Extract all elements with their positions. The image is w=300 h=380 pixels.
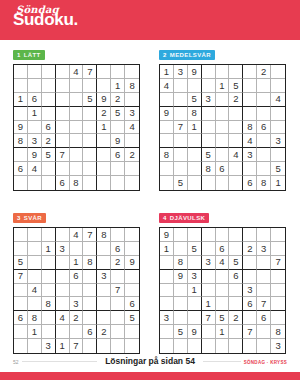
- sudoku-cell-given: 8: [271, 325, 285, 339]
- difficulty-badge-1: 1 LÄTT: [13, 50, 45, 60]
- sudoku-cell-empty[interactable]: [216, 93, 230, 107]
- sudoku-cell-given: 2: [257, 65, 271, 79]
- sudoku-cell-empty[interactable]: [125, 162, 139, 176]
- sudoku-cell-empty[interactable]: [160, 339, 174, 353]
- sudoku-cell-empty[interactable]: [271, 311, 285, 325]
- sudoku-cell-empty[interactable]: [174, 134, 188, 148]
- sudoku-cell-empty[interactable]: [42, 228, 56, 242]
- sudoku-cell-given: 5: [174, 325, 188, 339]
- sudoku-cell-empty[interactable]: [83, 297, 97, 311]
- sudoku-cell-given: 2: [111, 93, 125, 107]
- sudoku-cell-empty[interactable]: [271, 284, 285, 298]
- sudoku-cell-empty[interactable]: [216, 270, 230, 284]
- sudoku-cell-empty[interactable]: [243, 311, 257, 325]
- sudoku-cell-given: 3: [188, 270, 202, 284]
- difficulty-badge-4: 4 DJÄVULSK: [159, 213, 209, 223]
- sudoku-cell-given: 6: [111, 148, 125, 162]
- sudoku-cell-empty[interactable]: [28, 242, 42, 256]
- sudoku-cell-empty[interactable]: [216, 284, 230, 298]
- sudoku-cell-empty[interactable]: [56, 297, 70, 311]
- sudoku-cell-empty[interactable]: [28, 339, 42, 353]
- sudoku-cell-empty[interactable]: [216, 121, 230, 135]
- sudoku-cell-given: 7: [56, 148, 70, 162]
- sudoku-cell-empty[interactable]: [257, 228, 271, 242]
- sudoku-cell-given: 2: [97, 325, 111, 339]
- sudoku-cell-empty[interactable]: [188, 134, 202, 148]
- sudoku-cell-given: 6: [111, 242, 125, 256]
- puzzle-1-latt: 1 LÄTT 471816592125396148329957626468: [13, 43, 141, 191]
- sudoku-cell-empty[interactable]: [243, 256, 257, 270]
- sudoku-cell-empty[interactable]: [243, 162, 257, 176]
- sudoku-cell-empty[interactable]: [83, 148, 97, 162]
- puzzle-4-djavulsk: 4 DJÄVULSK 91562383457936131673752659178…: [159, 206, 287, 354]
- sudoku-cell-empty[interactable]: [202, 325, 216, 339]
- sudoku-cell-empty[interactable]: [70, 79, 84, 93]
- sudoku-cell-empty[interactable]: [160, 93, 174, 107]
- sudoku-cell-empty[interactable]: [216, 134, 230, 148]
- sudoku-cell-empty[interactable]: [14, 242, 28, 256]
- sudoku-cell-empty[interactable]: [202, 121, 216, 135]
- sudoku-cell-empty[interactable]: [83, 311, 97, 325]
- sudoku-cell-empty[interactable]: [243, 339, 257, 353]
- sudoku-cell-empty[interactable]: [111, 297, 125, 311]
- sudoku-cell-empty[interactable]: [257, 325, 271, 339]
- sudoku-cell-empty[interactable]: [28, 297, 42, 311]
- sudoku-cell-empty[interactable]: [14, 284, 28, 298]
- sudoku-cell-empty[interactable]: [42, 65, 56, 79]
- sudoku-cell-empty[interactable]: [97, 79, 111, 93]
- sudoku-grid-4: 915623834579361316737526591783: [159, 227, 286, 354]
- sudoku-cell-empty[interactable]: [202, 270, 216, 284]
- sudoku-cell-given: 4: [125, 121, 139, 135]
- sudoku-cell-empty[interactable]: [229, 176, 243, 190]
- sudoku-cell-empty[interactable]: [97, 256, 111, 270]
- sudoku-cell-empty[interactable]: [56, 93, 70, 107]
- sudoku-cell-empty[interactable]: [202, 65, 216, 79]
- sudoku-cell-empty[interactable]: [188, 339, 202, 353]
- sudoku-cell-empty[interactable]: [97, 65, 111, 79]
- sudoku-cell-empty[interactable]: [243, 228, 257, 242]
- sudoku-cell-empty[interactable]: [202, 176, 216, 190]
- top-puzzle-row: 1 LÄTT 471816592125396148329957626468 2 …: [13, 43, 287, 191]
- sudoku-cell-empty[interactable]: [188, 311, 202, 325]
- sudoku-cell-given: 1: [160, 65, 174, 79]
- sudoku-cell-empty[interactable]: [202, 79, 216, 93]
- sudoku-cell-empty[interactable]: [42, 93, 56, 107]
- sudoku-cell-empty[interactable]: [229, 339, 243, 353]
- sudoku-cell-empty[interactable]: [56, 134, 70, 148]
- sudoku-cell-given: 3: [160, 311, 174, 325]
- sudoku-cell-empty[interactable]: [70, 242, 84, 256]
- sudoku-cell-empty[interactable]: [202, 284, 216, 298]
- sudoku-cell-empty[interactable]: [42, 284, 56, 298]
- sudoku-cell-given: 6: [216, 242, 230, 256]
- sudoku-cell-empty[interactable]: [97, 176, 111, 190]
- sudoku-cell-empty[interactable]: [243, 270, 257, 284]
- sudoku-cell-empty[interactable]: [56, 121, 70, 135]
- sudoku-cell-empty[interactable]: [229, 107, 243, 121]
- sudoku-cell-empty[interactable]: [28, 79, 42, 93]
- sudoku-cell-given: 2: [229, 93, 243, 107]
- sudoku-cell-given: 1: [216, 79, 230, 93]
- sudoku-cell-empty[interactable]: [229, 325, 243, 339]
- sudoku-cell-empty[interactable]: [125, 270, 139, 284]
- sudoku-cell-empty[interactable]: [243, 65, 257, 79]
- sudoku-cell-empty[interactable]: [257, 134, 271, 148]
- sudoku-cell-empty[interactable]: [216, 107, 230, 121]
- sudoku-cell-empty[interactable]: [70, 148, 84, 162]
- sudoku-cell-given: 8: [14, 134, 28, 148]
- sudoku-cell-empty[interactable]: [28, 228, 42, 242]
- sudoku-cell-empty[interactable]: [28, 121, 42, 135]
- puzzle-2-medelsvar: 2 MEDELSVÅR 1392415532498718643854386556…: [159, 43, 287, 191]
- sudoku-cell-empty[interactable]: [111, 270, 125, 284]
- badge-number: 4: [163, 215, 167, 221]
- sudoku-cell-empty[interactable]: [111, 325, 125, 339]
- sudoku-cell-given: 9: [160, 107, 174, 121]
- sudoku-cell-empty[interactable]: [216, 148, 230, 162]
- sudoku-cell-given: 9: [160, 228, 174, 242]
- sudoku-cell-given: 1: [28, 325, 42, 339]
- sudoku-cell-empty[interactable]: [97, 311, 111, 325]
- sudoku-cell-empty[interactable]: [111, 162, 125, 176]
- sudoku-cell-empty[interactable]: [111, 176, 125, 190]
- sudoku-cell-empty[interactable]: [97, 242, 111, 256]
- sudoku-cell-given: 1: [111, 79, 125, 93]
- sudoku-cell-given: 3: [97, 270, 111, 284]
- sudoku-cell-empty[interactable]: [271, 107, 285, 121]
- sudoku-cell-empty[interactable]: [56, 79, 70, 93]
- sudoku-cell-empty[interactable]: [257, 284, 271, 298]
- sudoku-cell-given: 8: [28, 311, 42, 325]
- sudoku-cell-empty[interactable]: [216, 297, 230, 311]
- sudoku-cell-empty[interactable]: [188, 176, 202, 190]
- sudoku-cell-given: 7: [271, 256, 285, 270]
- sudoku-cell-empty[interactable]: [125, 284, 139, 298]
- sudoku-cell-empty[interactable]: [42, 256, 56, 270]
- sudoku-cell-given: 7: [70, 339, 84, 353]
- sudoku-cell-empty[interactable]: [56, 256, 70, 270]
- sudoku-cell-empty[interactable]: [83, 134, 97, 148]
- sudoku-cell-given: 5: [271, 162, 285, 176]
- sudoku-cell-empty[interactable]: [271, 148, 285, 162]
- sudoku-cell-empty[interactable]: [202, 228, 216, 242]
- sudoku-cell-empty[interactable]: [202, 339, 216, 353]
- sudoku-cell-empty[interactable]: [56, 325, 70, 339]
- sudoku-cell-empty[interactable]: [97, 148, 111, 162]
- sudoku-cell-empty[interactable]: [42, 162, 56, 176]
- sudoku-cell-empty[interactable]: [14, 176, 28, 190]
- sudoku-cell-empty[interactable]: [97, 162, 111, 176]
- sudoku-cell-empty[interactable]: [174, 311, 188, 325]
- sudoku-cell-empty[interactable]: [160, 297, 174, 311]
- sudoku-cell-given: 4: [70, 65, 84, 79]
- sudoku-cell-empty[interactable]: [229, 284, 243, 298]
- sudoku-cell-empty[interactable]: [42, 325, 56, 339]
- sudoku-cell-empty[interactable]: [174, 228, 188, 242]
- sudoku-cell-empty[interactable]: [125, 325, 139, 339]
- sudoku-cell-given: 9: [188, 325, 202, 339]
- sudoku-cell-given: 3: [271, 134, 285, 148]
- sudoku-cell-empty[interactable]: [14, 107, 28, 121]
- sudoku-cell-given: 8: [257, 176, 271, 190]
- sudoku-cell-empty[interactable]: [271, 297, 285, 311]
- sudoku-cell-empty[interactable]: [111, 228, 125, 242]
- sudoku-cell-empty[interactable]: [83, 79, 97, 93]
- sudoku-cell-given: 9: [188, 65, 202, 79]
- sudoku-cell-empty[interactable]: [174, 297, 188, 311]
- sudoku-cell-empty[interactable]: [257, 148, 271, 162]
- sudoku-cell-empty[interactable]: [70, 162, 84, 176]
- sudoku-cell-empty[interactable]: [229, 228, 243, 242]
- sudoku-cell-given: 7: [174, 121, 188, 135]
- sudoku-cell-empty[interactable]: [229, 162, 243, 176]
- logo-title-text: Sudoku.: [13, 10, 78, 29]
- sudoku-cell-given: 4: [70, 228, 84, 242]
- sudoku-cell-empty[interactable]: [174, 148, 188, 162]
- sudoku-cell-given: 5: [14, 256, 28, 270]
- sudoku-cell-empty[interactable]: [28, 256, 42, 270]
- sudoku-cell-empty[interactable]: [229, 297, 243, 311]
- sudoku-cell-empty[interactable]: [56, 284, 70, 298]
- sudoku-cell-empty[interactable]: [83, 121, 97, 135]
- sudoku-cell-empty[interactable]: [125, 228, 139, 242]
- sudoku-cell-empty[interactable]: [70, 121, 84, 135]
- sudoku-cell-empty[interactable]: [216, 339, 230, 353]
- sudoku-cell-empty[interactable]: [243, 79, 257, 93]
- sudoku-grid-1: 471816592125396148329957626468: [13, 64, 140, 191]
- sudoku-cell-empty[interactable]: [160, 162, 174, 176]
- sudoku-cell-empty[interactable]: [229, 65, 243, 79]
- sudoku-cell-empty[interactable]: [125, 93, 139, 107]
- sudoku-cell-empty[interactable]: [70, 93, 84, 107]
- sudoku-cell-empty[interactable]: [160, 284, 174, 298]
- sudoku-cell-empty[interactable]: [83, 339, 97, 353]
- sudoku-cell-given: 3: [125, 107, 139, 121]
- sudoku-cell-empty[interactable]: [257, 107, 271, 121]
- sudoku-cell-given: 5: [188, 242, 202, 256]
- sudoku-cell-given: 6: [243, 297, 257, 311]
- sudoku-cell-empty[interactable]: [257, 339, 271, 353]
- sudoku-cell-empty[interactable]: [56, 107, 70, 121]
- sudoku-cell-empty[interactable]: [271, 121, 285, 135]
- sudoku-cell-empty[interactable]: [111, 339, 125, 353]
- sudoku-cell-empty[interactable]: [83, 176, 97, 190]
- sudoku-cell-empty[interactable]: [125, 242, 139, 256]
- difficulty-badge-3: 3 SVÅR: [13, 213, 46, 223]
- sudoku-cell-given: 6: [14, 311, 28, 325]
- sudoku-cell-given: 6: [257, 311, 271, 325]
- sudoku-cell-given: 3: [56, 242, 70, 256]
- sudoku-cell-empty[interactable]: [70, 134, 84, 148]
- sudoku-cell-given: 5: [42, 148, 56, 162]
- sudoku-cell-empty[interactable]: [216, 228, 230, 242]
- sudoku-cell-empty[interactable]: [174, 107, 188, 121]
- sudoku-cell-empty[interactable]: [14, 228, 28, 242]
- sudoku-cell-given: 1: [70, 256, 84, 270]
- sudoku-cell-given: 3: [243, 284, 257, 298]
- sudoku-cell-given: 9: [28, 148, 42, 162]
- sudoku-grid-2: 139241553249871864385438655681: [159, 64, 286, 191]
- sudoku-cell-given: 6: [125, 297, 139, 311]
- sudoku-cell-empty[interactable]: [28, 176, 42, 190]
- sudoku-cell-empty[interactable]: [14, 325, 28, 339]
- sudoku-cell-empty[interactable]: [160, 121, 174, 135]
- sudoku-cell-empty[interactable]: [202, 107, 216, 121]
- sudoku-cell-empty[interactable]: [42, 107, 56, 121]
- sudoku-cell-empty[interactable]: [42, 311, 56, 325]
- sudoku-cell-empty[interactable]: [111, 311, 125, 325]
- sudoku-cell-given: 4: [160, 79, 174, 93]
- sudoku-cell-empty[interactable]: [83, 270, 97, 284]
- sudoku-cell-empty[interactable]: [14, 297, 28, 311]
- sudoku-cell-empty[interactable]: [14, 339, 28, 353]
- sudoku-cell-empty[interactable]: [97, 297, 111, 311]
- sudoku-cell-empty[interactable]: [271, 79, 285, 93]
- sudoku-cell-empty[interactable]: [174, 242, 188, 256]
- sudoku-cell-given: 8: [70, 176, 84, 190]
- sudoku-cell-empty[interactable]: [111, 121, 125, 135]
- badge-number: 1: [17, 52, 21, 58]
- sudoku-cell-given: 6: [83, 325, 97, 339]
- sudoku-cell-given: 3: [243, 148, 257, 162]
- sudoku-cell-empty[interactable]: [229, 134, 243, 148]
- sudoku-cell-empty[interactable]: [70, 284, 84, 298]
- sudoku-cell-empty[interactable]: [97, 339, 111, 353]
- sudoku-cell-empty[interactable]: [188, 148, 202, 162]
- badge-number: 3: [17, 215, 21, 221]
- sudoku-cell-empty[interactable]: [56, 228, 70, 242]
- sudoku-cell-given: 7: [257, 297, 271, 311]
- sudoku-cell-empty[interactable]: [83, 107, 97, 121]
- sudoku-cell-empty[interactable]: [160, 176, 174, 190]
- sudoku-cell-given: 4: [56, 311, 70, 325]
- sudoku-cell-given: 2: [229, 311, 243, 325]
- sudoku-cell-given: 5: [229, 79, 243, 93]
- sudoku-cell-empty[interactable]: [125, 339, 139, 353]
- sudoku-cell-empty[interactable]: [14, 79, 28, 93]
- sudoku-cell-empty[interactable]: [243, 93, 257, 107]
- sudoku-cell-empty[interactable]: [28, 270, 42, 284]
- sudoku-cell-empty[interactable]: [125, 134, 139, 148]
- sudoku-cell-empty[interactable]: [216, 176, 230, 190]
- sudoku-cell-given: 2: [111, 256, 125, 270]
- sudoku-cell-empty[interactable]: [125, 65, 139, 79]
- sudoku-cell-empty[interactable]: [188, 256, 202, 270]
- sudoku-cell-given: 1: [14, 93, 28, 107]
- sudoku-cell-empty[interactable]: [188, 297, 202, 311]
- sudoku-cell-given: 5: [188, 93, 202, 107]
- sudoku-cell-given: 7: [83, 65, 97, 79]
- sudoku-cell-given: 8: [202, 162, 216, 176]
- sudoku-cell-given: 4: [271, 93, 285, 107]
- sudoku-cell-empty[interactable]: [14, 148, 28, 162]
- sudoku-cell-given: 9: [111, 134, 125, 148]
- sudoku-cell-given: 7: [14, 270, 28, 284]
- sudoku-cell-empty[interactable]: [188, 228, 202, 242]
- sudoku-cell-given: 1: [202, 297, 216, 311]
- sudoku-cell-empty[interactable]: [229, 121, 243, 135]
- sudoku-cell-empty[interactable]: [56, 65, 70, 79]
- sudoku-cell-given: 1: [216, 325, 230, 339]
- sudoku-cell-empty[interactable]: [188, 162, 202, 176]
- sudoku-cell-empty[interactable]: [97, 284, 111, 298]
- sudoku-cell-empty[interactable]: [257, 79, 271, 93]
- sudoku-cell-empty[interactable]: [14, 65, 28, 79]
- sudoku-cell-empty[interactable]: [160, 270, 174, 284]
- sudoku-cell-empty[interactable]: [188, 79, 202, 93]
- solutions-note-text: Lösningar på sidan 54: [97, 356, 203, 366]
- sudoku-cell-empty[interactable]: [125, 176, 139, 190]
- sudoku-cell-given: 5: [216, 311, 230, 325]
- sudoku-cell-empty[interactable]: [174, 162, 188, 176]
- sudoku-cell-empty[interactable]: [257, 93, 271, 107]
- sudoku-cell-empty[interactable]: [174, 284, 188, 298]
- sudoku-cell-empty[interactable]: [271, 242, 285, 256]
- sudoku-cell-given: 2: [70, 311, 84, 325]
- sudoku-cell-empty[interactable]: [243, 107, 257, 121]
- sudoku-cell-given: 1: [188, 284, 202, 298]
- sudoku-cell-empty[interactable]: [271, 228, 285, 242]
- sudoku-cell-given: 8: [188, 107, 202, 121]
- sudoku-cell-empty[interactable]: [257, 162, 271, 176]
- sudoku-cell-empty[interactable]: [160, 256, 174, 270]
- sudoku-cell-given: 8: [243, 121, 257, 135]
- sudoku-cell-empty[interactable]: [42, 176, 56, 190]
- sudoku-cell-empty[interactable]: [97, 134, 111, 148]
- sudoku-cell-given: 2: [125, 148, 139, 162]
- sudoku-cell-given: 7: [111, 284, 125, 298]
- sudoku-cell-empty[interactable]: [229, 242, 243, 256]
- sudoku-cell-empty[interactable]: [174, 93, 188, 107]
- sudoku-cell-empty[interactable]: [257, 270, 271, 284]
- sudoku-cell-empty[interactable]: [28, 65, 42, 79]
- sudoku-cell-empty[interactable]: [56, 270, 70, 284]
- sudoku-cell-empty[interactable]: [202, 242, 216, 256]
- sudoku-cell-empty[interactable]: [70, 107, 84, 121]
- sudoku-cell-empty[interactable]: [111, 65, 125, 79]
- sudoku-cell-empty[interactable]: [202, 134, 216, 148]
- sudoku-cell-given: 8: [160, 148, 174, 162]
- sudoku-cell-given: 4: [28, 162, 42, 176]
- sudoku-cell-given: 8: [125, 79, 139, 93]
- sudoku-cell-empty[interactable]: [174, 339, 188, 353]
- sudoku-cell-empty[interactable]: [257, 256, 271, 270]
- sudoku-cell-empty[interactable]: [42, 270, 56, 284]
- sudoku-cell-empty[interactable]: [174, 79, 188, 93]
- sudoku-cell-given: 3: [70, 297, 84, 311]
- sudoku-cell-given: 5: [202, 148, 216, 162]
- sudoku-cell-empty[interactable]: [271, 65, 285, 79]
- sudoku-cell-empty[interactable]: [70, 325, 84, 339]
- sudoku-cell-empty[interactable]: [56, 162, 70, 176]
- sudoku-cell-given: 9: [174, 270, 188, 284]
- sudoku-cell-empty[interactable]: [83, 162, 97, 176]
- sudoku-cell-empty[interactable]: [216, 65, 230, 79]
- sudoku-cell-given: 3: [257, 242, 271, 256]
- sudoku-cell-empty[interactable]: [160, 325, 174, 339]
- sudoku-cell-given: 1: [188, 121, 202, 135]
- sudoku-cell-empty[interactable]: [83, 284, 97, 298]
- sudoku-cell-given: 6: [257, 121, 271, 135]
- sudoku-cell-given: 4: [229, 148, 243, 162]
- sudoku-cell-empty[interactable]: [160, 134, 174, 148]
- sudoku-cell-empty[interactable]: [83, 242, 97, 256]
- sudoku-cell-empty[interactable]: [42, 79, 56, 93]
- difficulty-badge-2: 2 MEDELSVÅR: [159, 50, 215, 60]
- sudoku-cell-given: 1: [42, 242, 56, 256]
- sudoku-cell-empty[interactable]: [271, 270, 285, 284]
